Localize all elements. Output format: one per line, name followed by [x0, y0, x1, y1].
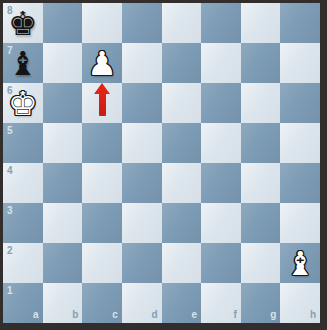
square-a4[interactable]: 4 [3, 163, 43, 203]
square-d4[interactable] [122, 163, 162, 203]
square-a2[interactable]: 2 [3, 243, 43, 283]
square-g5[interactable] [241, 123, 281, 163]
rank-label-1: 1 [7, 286, 13, 296]
file-label-c: c [112, 310, 118, 320]
square-h3[interactable] [280, 203, 320, 243]
square-h7[interactable] [280, 43, 320, 83]
file-label-d: d [151, 310, 157, 320]
square-h6[interactable] [280, 83, 320, 123]
square-b2[interactable] [43, 243, 83, 283]
square-d2[interactable] [122, 243, 162, 283]
rank-label-2: 2 [7, 246, 13, 256]
file-label-a: a [33, 310, 39, 320]
square-f7[interactable] [201, 43, 241, 83]
square-a8[interactable]: 8♚ [3, 3, 43, 43]
rank-label-3: 3 [7, 206, 13, 216]
square-h8[interactable] [280, 3, 320, 43]
square-e8[interactable] [162, 3, 202, 43]
black-king[interactable]: ♚ [3, 3, 43, 43]
square-d5[interactable] [122, 123, 162, 163]
square-f5[interactable] [201, 123, 241, 163]
square-b7[interactable] [43, 43, 83, 83]
square-e7[interactable] [162, 43, 202, 83]
square-g8[interactable] [241, 3, 281, 43]
square-d8[interactable] [122, 3, 162, 43]
square-g1[interactable]: g [241, 283, 281, 323]
square-g7[interactable] [241, 43, 281, 83]
square-b6[interactable] [43, 83, 83, 123]
square-a6[interactable]: 6♚ [3, 83, 43, 123]
square-e1[interactable]: e [162, 283, 202, 323]
square-b5[interactable] [43, 123, 83, 163]
square-g3[interactable] [241, 203, 281, 243]
square-d1[interactable]: d [122, 283, 162, 323]
black-bishop[interactable]: ♝ [3, 43, 43, 83]
square-e4[interactable] [162, 163, 202, 203]
file-label-g: g [270, 310, 276, 320]
white-bishop[interactable]: ♝ [280, 243, 320, 283]
square-f3[interactable] [201, 203, 241, 243]
file-label-f: f [233, 310, 236, 320]
square-b8[interactable] [43, 3, 83, 43]
square-c8[interactable] [82, 3, 122, 43]
move-arrow-up [94, 83, 110, 116]
square-f2[interactable] [201, 243, 241, 283]
square-h2[interactable]: ♝ [280, 243, 320, 283]
square-c5[interactable] [82, 123, 122, 163]
square-d6[interactable] [122, 83, 162, 123]
rank-label-5: 5 [7, 126, 13, 136]
square-b4[interactable] [43, 163, 83, 203]
square-e6[interactable] [162, 83, 202, 123]
square-g6[interactable] [241, 83, 281, 123]
white-king[interactable]: ♚ [3, 83, 43, 123]
square-c6[interactable] [82, 83, 122, 123]
square-a7[interactable]: 7♝ [3, 43, 43, 83]
square-b3[interactable] [43, 203, 83, 243]
file-label-e: e [192, 310, 198, 320]
square-g2[interactable] [241, 243, 281, 283]
square-d7[interactable] [122, 43, 162, 83]
square-f1[interactable]: f [201, 283, 241, 323]
square-a1[interactable]: 1a [3, 283, 43, 323]
square-c7[interactable]: ♟ [82, 43, 122, 83]
chess-board: 8♚7♝♟6♚5432♝1abcdefgh [3, 3, 320, 323]
file-label-h: h [310, 310, 316, 320]
square-h4[interactable] [280, 163, 320, 203]
square-f8[interactable] [201, 3, 241, 43]
square-h5[interactable] [280, 123, 320, 163]
arrow-shaft [99, 94, 106, 116]
white-pawn[interactable]: ♟ [82, 43, 122, 83]
square-e5[interactable] [162, 123, 202, 163]
square-f4[interactable] [201, 163, 241, 203]
square-c1[interactable]: c [82, 283, 122, 323]
square-c2[interactable] [82, 243, 122, 283]
square-b1[interactable]: b [43, 283, 83, 323]
square-g4[interactable] [241, 163, 281, 203]
chess-board-frame: 8♚7♝♟6♚5432♝1abcdefgh [0, 0, 327, 330]
rank-label-4: 4 [7, 166, 13, 176]
arrow-head-icon [94, 83, 110, 94]
file-label-b: b [72, 310, 78, 320]
square-a5[interactable]: 5 [3, 123, 43, 163]
square-e3[interactable] [162, 203, 202, 243]
square-c4[interactable] [82, 163, 122, 203]
square-f6[interactable] [201, 83, 241, 123]
square-a3[interactable]: 3 [3, 203, 43, 243]
square-e2[interactable] [162, 243, 202, 283]
square-d3[interactable] [122, 203, 162, 243]
square-c3[interactable] [82, 203, 122, 243]
square-h1[interactable]: h [280, 283, 320, 323]
